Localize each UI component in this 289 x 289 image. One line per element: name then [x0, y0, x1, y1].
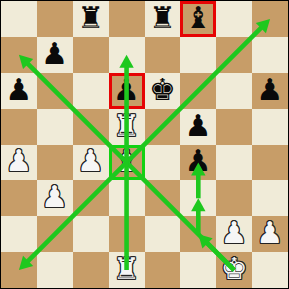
square-b8[interactable] [37, 1, 73, 37]
square-f8[interactable]: ♝ [180, 1, 216, 37]
piece-white-pawn-c4[interactable]: ♟ [77, 146, 104, 176]
piece-white-rook-d1[interactable]: ♜ [113, 254, 140, 284]
board-squares: ♜♜♝♟♟♟♚♟♜♟♟♟♝♟♟♟♟♜♚ [1, 1, 288, 288]
piece-black-pawn-a6[interactable]: ♟ [5, 75, 32, 105]
square-e3[interactable] [145, 180, 181, 216]
square-b4[interactable] [37, 145, 73, 181]
square-f6[interactable] [180, 73, 216, 109]
square-d8[interactable] [109, 1, 145, 37]
piece-black-pawn-h6[interactable]: ♟ [257, 75, 284, 105]
square-b5[interactable] [37, 109, 73, 145]
square-a7[interactable] [1, 37, 37, 73]
piece-black-bishop-f8[interactable]: ♝ [185, 3, 212, 33]
square-e1[interactable] [145, 252, 181, 288]
square-a8[interactable] [1, 1, 37, 37]
square-h5[interactable] [252, 109, 288, 145]
square-a5[interactable] [1, 109, 37, 145]
square-c6[interactable] [73, 73, 109, 109]
square-a6[interactable]: ♟ [1, 73, 37, 109]
square-f2[interactable] [180, 216, 216, 252]
square-d6[interactable]: ♟ [109, 73, 145, 109]
square-c3[interactable] [73, 180, 109, 216]
square-h3[interactable] [252, 180, 288, 216]
piece-white-pawn-a4[interactable]: ♟ [5, 146, 32, 176]
square-b6[interactable] [37, 73, 73, 109]
piece-white-rook-d5[interactable]: ♜ [113, 111, 140, 141]
square-e4[interactable] [145, 145, 181, 181]
square-e8[interactable]: ♜ [145, 1, 181, 37]
square-g7[interactable] [216, 37, 252, 73]
square-b1[interactable] [37, 252, 73, 288]
piece-black-rook-c8[interactable]: ♜ [77, 3, 104, 33]
square-f4[interactable]: ♟ [180, 145, 216, 181]
square-h6[interactable]: ♟ [252, 73, 288, 109]
square-g2[interactable]: ♟ [216, 216, 252, 252]
square-d2[interactable] [109, 216, 145, 252]
square-a4[interactable]: ♟ [1, 145, 37, 181]
piece-black-pawn-d6[interactable]: ♟ [113, 75, 140, 105]
piece-white-bishop-d4[interactable]: ♝ [113, 146, 140, 176]
square-f5[interactable]: ♟ [180, 109, 216, 145]
square-d5[interactable]: ♜ [109, 109, 145, 145]
square-h1[interactable] [252, 252, 288, 288]
square-c5[interactable] [73, 109, 109, 145]
square-f7[interactable] [180, 37, 216, 73]
square-b3[interactable]: ♟ [37, 180, 73, 216]
square-a2[interactable] [1, 216, 37, 252]
piece-white-pawn-g2[interactable]: ♟ [221, 218, 248, 248]
square-b7[interactable]: ♟ [37, 37, 73, 73]
square-c2[interactable] [73, 216, 109, 252]
square-d7[interactable] [109, 37, 145, 73]
square-f3[interactable] [180, 180, 216, 216]
piece-white-pawn-h2[interactable]: ♟ [257, 218, 284, 248]
square-c4[interactable]: ♟ [73, 145, 109, 181]
square-e6[interactable]: ♚ [145, 73, 181, 109]
piece-black-king-e6[interactable]: ♚ [149, 75, 176, 105]
square-h8[interactable] [252, 1, 288, 37]
square-g4[interactable] [216, 145, 252, 181]
piece-black-pawn-b7[interactable]: ♟ [41, 39, 68, 69]
square-h4[interactable] [252, 145, 288, 181]
square-h7[interactable] [252, 37, 288, 73]
piece-black-pawn-f4[interactable]: ♟ [185, 146, 212, 176]
square-a1[interactable] [1, 252, 37, 288]
square-b2[interactable] [37, 216, 73, 252]
piece-white-pawn-b3[interactable]: ♟ [41, 182, 68, 212]
chess-board: ♜♜♝♟♟♟♚♟♜♟♟♟♝♟♟♟♟♜♚ [0, 0, 289, 289]
square-d1[interactable]: ♜ [109, 252, 145, 288]
square-h2[interactable]: ♟ [252, 216, 288, 252]
piece-white-king-g1[interactable]: ♚ [221, 254, 248, 284]
piece-black-rook-e8[interactable]: ♜ [149, 3, 176, 33]
square-c1[interactable] [73, 252, 109, 288]
square-e2[interactable] [145, 216, 181, 252]
square-g8[interactable] [216, 1, 252, 37]
square-g3[interactable] [216, 180, 252, 216]
square-e5[interactable] [145, 109, 181, 145]
square-g5[interactable] [216, 109, 252, 145]
square-c7[interactable] [73, 37, 109, 73]
square-e7[interactable] [145, 37, 181, 73]
square-c8[interactable]: ♜ [73, 1, 109, 37]
square-g6[interactable] [216, 73, 252, 109]
square-d3[interactable] [109, 180, 145, 216]
square-g1[interactable]: ♚ [216, 252, 252, 288]
square-f1[interactable] [180, 252, 216, 288]
square-a3[interactable] [1, 180, 37, 216]
piece-black-pawn-f5[interactable]: ♟ [185, 111, 212, 141]
square-d4[interactable]: ♝ [109, 145, 145, 181]
